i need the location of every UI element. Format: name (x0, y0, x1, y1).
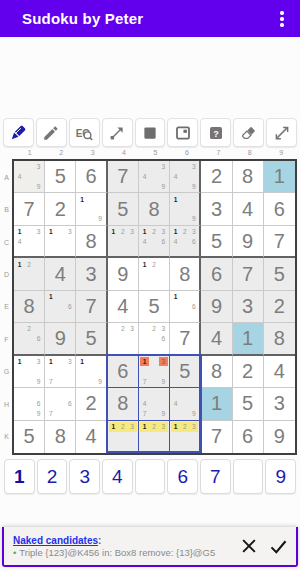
cell-value: 2 (85, 392, 96, 415)
candidate-3: 3 (127, 422, 136, 432)
candidate-8 (149, 246, 158, 255)
candidate-4 (46, 366, 55, 376)
cell-value: 6 (211, 263, 222, 286)
candidate-8 (180, 246, 189, 255)
candidate-2 (180, 389, 189, 399)
candidates: 12 (140, 259, 168, 288)
candidate-8 (24, 343, 33, 352)
cell-G5[interactable]: 1379 (139, 356, 170, 388)
candidate-3: 3 (159, 422, 168, 432)
digit-button-5[interactable] (135, 459, 166, 494)
cell-value: 6 (117, 360, 128, 383)
candidate-4 (15, 269, 24, 279)
candidate-6 (189, 432, 198, 442)
candidate-4 (46, 399, 55, 409)
cell-C6[interactable]: 12346 (170, 226, 201, 258)
candidates: 19 (171, 194, 198, 223)
cell-H7[interactable]: 1 (201, 388, 232, 420)
candidates: 16 (171, 292, 198, 321)
hint-colon: : (98, 535, 101, 546)
candidate-3: 3 (159, 324, 168, 333)
candidate-2: 2 (149, 422, 158, 432)
cell-K4[interactable]: 123 (108, 421, 139, 453)
candidate-7: 7 (46, 409, 55, 419)
cell-A5[interactable]: 349 (139, 161, 170, 193)
cell-K7[interactable]: 7 (201, 421, 232, 453)
cell-A8[interactable]: 8 (233, 161, 264, 193)
cell-F3[interactable]: 5 (76, 323, 107, 355)
candidate-6 (127, 334, 136, 343)
ink-pen-icon (9, 123, 28, 142)
cell-F9[interactable]: 8 (264, 323, 295, 355)
candidate-9 (65, 376, 74, 386)
cell-value: 5 (55, 165, 66, 188)
cell-D4[interactable]: 9 (108, 258, 139, 290)
candidate-2: 2 (118, 422, 127, 432)
candidate-5 (56, 366, 65, 376)
candidate-9 (189, 442, 198, 452)
cell-value: 9 (55, 327, 66, 350)
eraser-tool-button[interactable] (233, 118, 264, 147)
cell-A9[interactable]: 1 (264, 161, 295, 193)
candidate-5 (87, 204, 96, 214)
cell-F7[interactable]: 4 (201, 323, 232, 355)
candidate-9 (159, 442, 168, 452)
cell-C2[interactable]: 13 (45, 226, 76, 258)
candidate-5 (180, 399, 189, 409)
candidate-2: 2 (118, 227, 127, 236)
page-title: Sudoku by Peter (22, 10, 143, 27)
cell-G3[interactable]: 19 (76, 356, 107, 388)
candidate-9: 9 (96, 214, 105, 224)
candidate-4 (140, 366, 149, 376)
candidates: 26 (15, 324, 43, 352)
col-label-4: 4 (108, 147, 139, 158)
candidate-6 (189, 204, 198, 214)
cell-C8[interactable]: 9 (233, 226, 264, 258)
candidates: 12346 (171, 227, 198, 255)
digit-button-9[interactable]: 9 (265, 459, 296, 494)
cell-B5[interactable]: 8 (139, 193, 170, 225)
cell-G7[interactable]: 8 (201, 356, 232, 388)
cell-A3[interactable]: 6 (76, 161, 107, 193)
cell-F2[interactable]: 9 (45, 323, 76, 355)
candidate-3 (189, 194, 198, 204)
cell-C3[interactable]: 8 (76, 226, 107, 258)
cell-E2[interactable]: 16 (45, 291, 76, 323)
candidate-2: 2 (149, 259, 158, 269)
cell-value: 2 (242, 360, 253, 383)
candidate-3: 3 (159, 357, 168, 367)
candidate-1: 1 (46, 357, 55, 367)
candidates: 349 (140, 162, 168, 191)
candidate-9 (127, 343, 136, 352)
candidate-5 (24, 334, 33, 343)
candidates: 19 (77, 194, 104, 223)
candidate-4 (46, 236, 55, 245)
cell-D6[interactable]: 8 (170, 258, 201, 290)
candidate-3: 3 (127, 227, 136, 236)
cell-G9[interactable]: 4 (264, 356, 295, 388)
candidate-3 (65, 389, 74, 399)
candidate-2: 2 (24, 259, 33, 269)
candidate-4 (140, 334, 149, 343)
candidate-2 (87, 194, 96, 204)
candidate-7: 7 (140, 409, 149, 419)
cell-H8[interactable]: 5 (233, 388, 264, 420)
col-label-9: 9 (266, 147, 297, 158)
candidate-7 (46, 246, 55, 255)
cell-K5[interactable]: 123 (139, 421, 170, 453)
fill-square-tool-button[interactable] (135, 118, 166, 147)
cell-F8[interactable]: 1 (233, 323, 264, 355)
cell-F6[interactable]: 7 (170, 323, 201, 355)
col-label-1: 1 (14, 147, 45, 158)
candidate-8 (24, 376, 33, 386)
cell-D3[interactable]: 3 (76, 258, 107, 290)
digit-button-2[interactable]: 2 (37, 459, 68, 494)
cell-value: 9 (211, 295, 222, 318)
cell-G2[interactable]: 137 (45, 356, 76, 388)
candidate-7 (109, 246, 118, 255)
candidate-6: 6 (34, 399, 43, 409)
cell-B8[interactable]: 4 (233, 193, 264, 225)
candidate-2 (56, 292, 65, 302)
cell-E1[interactable]: 8 (14, 291, 45, 323)
hint-technique-link[interactable]: Naked candidates (13, 535, 98, 546)
candidate-5 (149, 334, 158, 343)
cell-D9[interactable]: 5 (264, 258, 295, 290)
candidate-5 (56, 302, 65, 312)
candidates: 1379 (140, 357, 168, 386)
candidate-4 (171, 302, 180, 312)
cell-H9[interactable]: 3 (264, 388, 295, 420)
hint-bullet: • (13, 547, 16, 558)
cell-value: 4 (117, 295, 128, 318)
candidate-6 (34, 236, 43, 245)
cell-value: 9 (242, 230, 253, 253)
line-tool-button[interactable] (102, 118, 133, 147)
expand-icon (273, 124, 291, 142)
candidate-5 (149, 236, 158, 245)
digit-button-8[interactable] (233, 459, 264, 494)
cell-value: 7 (85, 295, 96, 318)
hint-actions (239, 536, 288, 556)
cell-K9[interactable]: 9 (264, 421, 295, 453)
candidate-4 (109, 236, 118, 245)
candidate-6 (34, 172, 43, 182)
cell-value: 4 (242, 198, 253, 221)
candidates: 137 (46, 357, 74, 386)
cell-A4[interactable]: 7 (108, 161, 139, 193)
candidate-7 (46, 311, 55, 321)
col-label-3: 3 (77, 147, 108, 158)
kebab-dot (280, 17, 283, 20)
candidate-6 (65, 236, 74, 245)
cell-value: 7 (179, 327, 190, 350)
cell-value: 7 (117, 165, 128, 188)
candidates: 123 (140, 422, 168, 452)
candidate-7 (171, 182, 180, 192)
cell-A6[interactable]: 349 (170, 161, 201, 193)
candidate-3: 3 (127, 324, 136, 333)
cell-D1[interactable]: 12 (14, 258, 45, 290)
cell-value: 8 (274, 327, 285, 350)
candidate-6 (159, 172, 168, 182)
help-tool-button[interactable]: ? (200, 118, 231, 147)
cell-value: 2 (211, 165, 222, 188)
cell-value: 8 (55, 425, 66, 448)
digit-button-3[interactable]: 3 (69, 459, 100, 494)
query-tool-button[interactable]: EQ (69, 118, 100, 147)
cell-B1[interactable]: 7 (14, 193, 45, 225)
cell-F4[interactable]: 23 (108, 323, 139, 355)
cell-B6[interactable]: 19 (170, 193, 201, 225)
candidate-2 (24, 357, 33, 367)
candidate-1: 1 (171, 227, 180, 236)
cell-K2[interactable]: 8 (45, 421, 76, 453)
kebab-dot (280, 23, 283, 26)
cell-B9[interactable]: 6 (264, 193, 295, 225)
candidate-4: 4 (171, 399, 180, 409)
candidate-5 (118, 432, 127, 442)
pencil-tool-button[interactable] (36, 118, 67, 147)
candidate-9: 9 (34, 376, 43, 386)
cell-K1[interactable]: 5 (14, 421, 45, 453)
candidate-5 (180, 302, 189, 312)
candidate-1 (140, 162, 149, 172)
candidate-6 (34, 366, 43, 376)
picture-in-picture-icon (174, 124, 192, 142)
cell-B4[interactable]: 5 (108, 193, 139, 225)
cell-K6[interactable]: 123 (170, 421, 201, 453)
candidate-6 (96, 366, 105, 376)
cell-A1[interactable]: 349 (14, 161, 45, 193)
candidate-6 (159, 399, 168, 409)
candidate-4: 4 (171, 172, 180, 182)
cell-value: 6 (242, 425, 253, 448)
trend-line-icon (108, 124, 126, 142)
candidate-5 (118, 334, 127, 343)
cell-C9[interactable]: 7 (264, 226, 295, 258)
overflow-menu-button[interactable] (270, 7, 294, 31)
candidate-8 (180, 214, 189, 224)
cell-E9[interactable]: 2 (264, 291, 295, 323)
candidate-7 (140, 246, 149, 255)
cell-value: 5 (24, 425, 35, 448)
candidate-4 (109, 432, 118, 442)
candidate-2: 2 (149, 324, 158, 333)
candidate-2 (24, 227, 33, 236)
candidate-8 (180, 409, 189, 419)
candidate-4: 4 (15, 172, 24, 182)
cell-D7[interactable]: 6 (201, 258, 232, 290)
question-mark-icon: ? (207, 124, 225, 142)
close-icon (239, 544, 259, 559)
candidate-2: 2 (149, 227, 158, 236)
candidate-4 (15, 399, 24, 409)
candidate-9: 9 (159, 409, 168, 419)
cell-C4[interactable]: 123 (108, 226, 139, 258)
candidate-7 (77, 214, 86, 224)
candidate-9 (65, 311, 74, 321)
cell-H5[interactable]: 479 (139, 388, 170, 420)
cell-value: 6 (85, 165, 96, 188)
cell-D8[interactable]: 7 (233, 258, 264, 290)
candidate-9: 9 (189, 182, 198, 192)
candidate-1: 1 (46, 227, 55, 236)
candidate-2 (180, 162, 189, 172)
cell-E4[interactable]: 4 (108, 291, 139, 323)
candidate-8 (87, 376, 96, 386)
candidate-3: 3 (65, 357, 74, 367)
candidate-3: 3 (189, 227, 198, 236)
cell-value: 5 (85, 327, 96, 350)
candidate-8 (56, 311, 65, 321)
cell-value: 7 (211, 425, 222, 448)
col-label-6: 6 (171, 147, 202, 158)
candidate-6 (189, 172, 198, 182)
candidate-7: 7 (140, 376, 149, 386)
cell-value: 5 (117, 198, 128, 221)
cell-H3[interactable]: 2 (76, 388, 107, 420)
digit-button-4[interactable]: 4 (102, 459, 133, 494)
cell-K8[interactable]: 6 (233, 421, 264, 453)
candidate-9: 9 (34, 409, 43, 419)
candidate-9 (65, 409, 74, 419)
candidate-2 (149, 162, 158, 172)
cell-E3[interactable]: 7 (76, 291, 107, 323)
cell-G6[interactable]: 5 (170, 356, 201, 388)
candidate-4 (171, 432, 180, 442)
digit-button-7[interactable]: 7 (200, 459, 231, 494)
cell-A7[interactable]: 2 (201, 161, 232, 193)
candidate-5 (24, 366, 33, 376)
candidates: 16 (46, 292, 74, 321)
cell-value: 1 (274, 165, 285, 188)
cell-G1[interactable]: 139 (14, 356, 45, 388)
cell-E5[interactable]: 5 (139, 291, 170, 323)
candidate-1: 1 (140, 357, 149, 367)
candidate-6: 6 (189, 302, 198, 312)
candidate-8 (56, 409, 65, 419)
hint-dismiss-button[interactable] (239, 536, 259, 556)
candidate-3 (34, 389, 43, 399)
candidate-6: 6 (34, 334, 43, 343)
candidate-8 (118, 343, 127, 352)
fullscreen-tool-button[interactable] (266, 118, 297, 147)
candidate-1: 1 (15, 259, 24, 269)
cell-B7[interactable]: 3 (201, 193, 232, 225)
candidate-4 (15, 366, 24, 376)
candidate-9 (34, 343, 43, 352)
cell-value: 8 (24, 295, 35, 318)
candidate-2: 2 (118, 324, 127, 333)
candidate-5 (149, 172, 158, 182)
cell-G4[interactable]: 6 (108, 356, 139, 388)
cell-F1[interactable]: 26 (14, 323, 45, 355)
candidate-5 (24, 399, 33, 409)
candidate-3: 3 (34, 227, 43, 236)
eraser-icon (240, 124, 258, 142)
cell-D5[interactable]: 12 (139, 258, 170, 290)
cell-B2[interactable]: 2 (45, 193, 76, 225)
cell-K3[interactable]: 4 (76, 421, 107, 453)
candidate-8 (24, 182, 33, 192)
cell-value: 3 (242, 295, 253, 318)
candidate-7 (140, 182, 149, 192)
candidate-5 (118, 236, 127, 245)
candidate-1: 1 (77, 194, 86, 204)
cell-E6[interactable]: 16 (170, 291, 201, 323)
candidate-4 (109, 334, 118, 343)
candidate-9: 9 (159, 376, 168, 386)
cell-E8[interactable]: 3 (233, 291, 264, 323)
candidate-4 (140, 432, 149, 442)
candidate-3 (34, 324, 43, 333)
cell-H2[interactable]: 67 (45, 388, 76, 420)
cell-C1[interactable]: 134 (14, 226, 45, 258)
candidate-3: 3 (159, 227, 168, 236)
cell-H1[interactable]: 69 (14, 388, 45, 420)
hint-apply-button[interactable] (268, 536, 288, 556)
cell-C5[interactable]: 12346 (139, 226, 170, 258)
pen-tool-button[interactable] (3, 118, 34, 147)
digit-button-1[interactable]: 1 (4, 459, 35, 494)
cell-C7[interactable]: 5 (201, 226, 232, 258)
cell-H4[interactable]: 8 (108, 388, 139, 420)
cell-H6[interactable]: 49 (170, 388, 201, 420)
candidate-7 (15, 279, 24, 289)
candidate-9 (127, 442, 136, 452)
candidate-4 (46, 302, 55, 312)
cell-value: 3 (211, 198, 222, 221)
candidate-8 (180, 311, 189, 321)
candidate-3: 3 (189, 422, 198, 432)
cell-A2[interactable]: 5 (45, 161, 76, 193)
col-label-2: 2 (45, 147, 76, 158)
cell-B3[interactable]: 19 (76, 193, 107, 225)
candidate-8 (24, 246, 33, 255)
candidate-5 (180, 236, 189, 245)
cell-F5[interactable]: 236 (139, 323, 170, 355)
cell-value: 2 (55, 198, 66, 221)
cell-D2[interactable]: 4 (45, 258, 76, 290)
candidate-1 (140, 389, 149, 399)
candidate-5 (149, 269, 158, 279)
cell-E7[interactable]: 9 (201, 291, 232, 323)
cell-value: 4 (55, 263, 66, 286)
candidate-7 (15, 246, 24, 255)
candidate-1: 1 (109, 422, 118, 432)
candidate-9 (65, 246, 74, 255)
overlay-tool-button[interactable] (167, 118, 198, 147)
candidate-7 (140, 279, 149, 289)
candidate-1: 1 (171, 194, 180, 204)
candidates: 49 (171, 389, 198, 418)
candidate-8 (180, 182, 189, 192)
candidate-2 (56, 357, 65, 367)
candidate-1 (171, 162, 180, 172)
hint-text: Naked candidates: •Triple {123}@K456 in:… (13, 534, 239, 559)
digit-bar: 1234679 (4, 459, 296, 494)
cell-value: 8 (211, 360, 222, 383)
app-bar: Sudoku by Peter (0, 0, 300, 37)
candidate-1: 1 (140, 227, 149, 236)
cell-G8[interactable]: 2 (233, 356, 264, 388)
candidate-9: 9 (189, 214, 198, 224)
digit-button-6[interactable]: 6 (167, 459, 198, 494)
